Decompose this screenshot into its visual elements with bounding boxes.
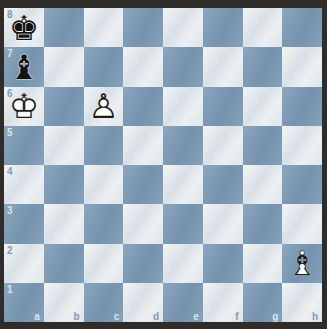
square-a2[interactable]: 2 [4, 244, 44, 283]
file-label-f: f [235, 311, 238, 322]
square-c8[interactable] [84, 8, 124, 47]
square-e5[interactable] [163, 126, 203, 165]
square-h8[interactable] [282, 8, 322, 47]
square-b5[interactable] [44, 126, 84, 165]
square-f5[interactable] [203, 126, 243, 165]
square-c1[interactable]: c [84, 283, 124, 322]
square-d1[interactable]: d [123, 283, 163, 322]
rank-label-4: 4 [7, 166, 13, 177]
square-g6[interactable] [243, 87, 283, 126]
square-d4[interactable] [123, 165, 163, 204]
square-h6[interactable] [282, 87, 322, 126]
square-e3[interactable] [163, 204, 203, 243]
square-g5[interactable] [243, 126, 283, 165]
square-e4[interactable] [163, 165, 203, 204]
file-label-d: d [153, 311, 159, 322]
square-a1[interactable]: 1a [4, 283, 44, 322]
square-f2[interactable] [203, 244, 243, 283]
square-f3[interactable] [203, 204, 243, 243]
square-d8[interactable] [123, 8, 163, 47]
white-pawn[interactable]: ♙ [84, 87, 124, 126]
square-b6[interactable] [44, 87, 84, 126]
square-b1[interactable]: b [44, 283, 84, 322]
square-g3[interactable] [243, 204, 283, 243]
file-label-h: h [312, 311, 318, 322]
file-label-a: a [34, 311, 40, 322]
square-c4[interactable] [84, 165, 124, 204]
square-a8[interactable]: 8♚ [4, 8, 44, 47]
rank-label-5: 5 [7, 127, 13, 138]
square-e7[interactable] [163, 47, 203, 86]
square-h5[interactable] [282, 126, 322, 165]
square-c6[interactable]: ♟♙ [84, 87, 124, 126]
black-king[interactable]: ♚ [4, 8, 44, 47]
square-h2[interactable]: ♝♗ [282, 244, 322, 283]
square-f8[interactable] [203, 8, 243, 47]
square-a3[interactable]: 3 [4, 204, 44, 243]
square-a4[interactable]: 4 [4, 165, 44, 204]
square-d7[interactable] [123, 47, 163, 86]
square-e1[interactable]: e [163, 283, 203, 322]
chess-board: 8♚7♝6♚♔♟♙5432♝♗1abcdefgh [4, 8, 322, 322]
square-d2[interactable] [123, 244, 163, 283]
square-e2[interactable] [163, 244, 203, 283]
square-f7[interactable] [203, 47, 243, 86]
square-h1[interactable]: h [282, 283, 322, 322]
square-b3[interactable] [44, 204, 84, 243]
file-label-g: g [272, 311, 278, 322]
square-g2[interactable] [243, 244, 283, 283]
rank-label-3: 3 [7, 205, 13, 216]
square-f4[interactable] [203, 165, 243, 204]
square-c3[interactable] [84, 204, 124, 243]
square-g7[interactable] [243, 47, 283, 86]
white-king[interactable]: ♔ [4, 87, 44, 126]
square-g1[interactable]: g [243, 283, 283, 322]
square-h7[interactable] [282, 47, 322, 86]
square-a6[interactable]: 6♚♔ [4, 87, 44, 126]
square-c7[interactable] [84, 47, 124, 86]
file-label-e: e [193, 311, 199, 322]
square-a7[interactable]: 7♝ [4, 47, 44, 86]
square-b4[interactable] [44, 165, 84, 204]
square-e6[interactable] [163, 87, 203, 126]
square-h4[interactable] [282, 165, 322, 204]
square-g8[interactable] [243, 8, 283, 47]
square-b7[interactable] [44, 47, 84, 86]
square-d6[interactable] [123, 87, 163, 126]
square-g4[interactable] [243, 165, 283, 204]
square-d5[interactable] [123, 126, 163, 165]
square-c2[interactable] [84, 244, 124, 283]
rank-label-1: 1 [7, 284, 13, 295]
square-h3[interactable] [282, 204, 322, 243]
file-label-c: c [114, 311, 120, 322]
file-label-b: b [73, 311, 79, 322]
square-f1[interactable]: f [203, 283, 243, 322]
white-bishop[interactable]: ♗ [282, 244, 322, 283]
square-f6[interactable] [203, 87, 243, 126]
square-a5[interactable]: 5 [4, 126, 44, 165]
square-c5[interactable] [84, 126, 124, 165]
rank-label-2: 2 [7, 245, 13, 256]
square-e8[interactable] [163, 8, 203, 47]
square-d3[interactable] [123, 204, 163, 243]
chess-board-frame: 8♚7♝6♚♔♟♙5432♝♗1abcdefgh [0, 0, 327, 329]
black-bishop[interactable]: ♝ [4, 47, 44, 86]
square-b8[interactable] [44, 8, 84, 47]
square-b2[interactable] [44, 244, 84, 283]
